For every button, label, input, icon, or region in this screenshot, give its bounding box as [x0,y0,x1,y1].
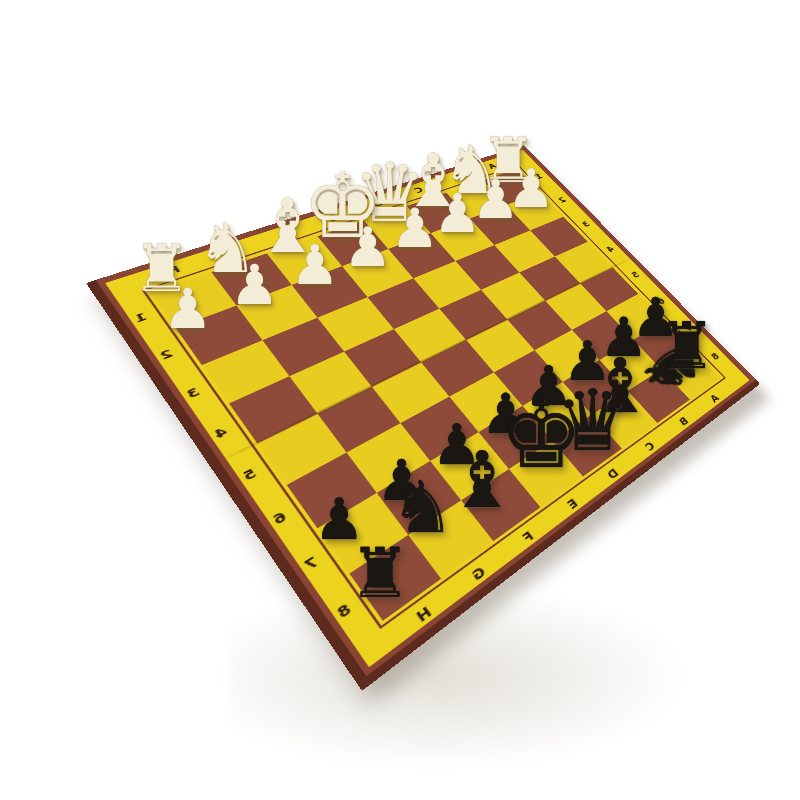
product-photo: AA11BB22CC33DD44EE55FF66GG77HH88 ♜♞♝♟♟♛♟… [0,0,800,800]
board-squares-grid [151,169,720,621]
